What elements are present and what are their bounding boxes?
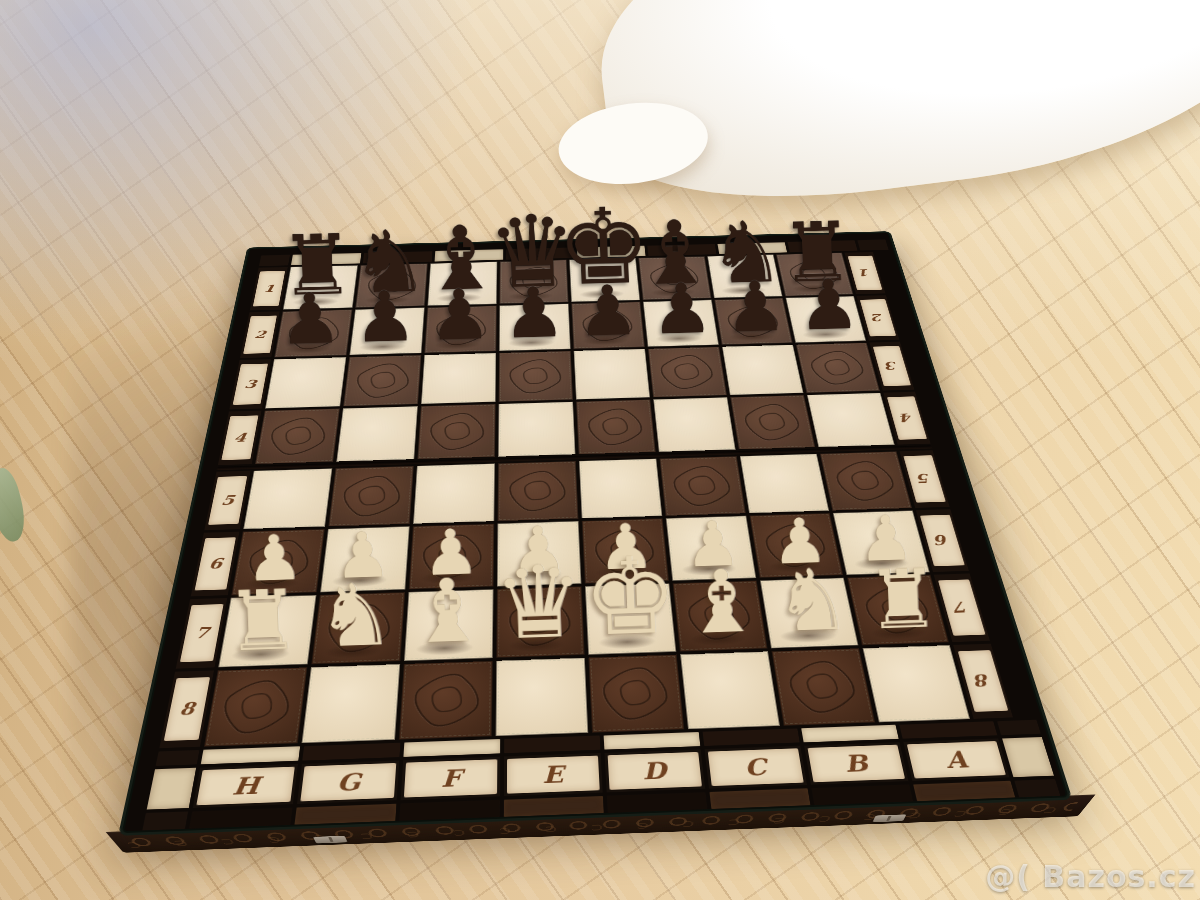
square-f7[interactable]: ♝ [404, 589, 493, 661]
rank-label-left: 2 [240, 311, 280, 358]
rank-label-left: 7 [176, 598, 228, 669]
square-h3[interactable] [265, 357, 346, 408]
rail-segment [399, 800, 500, 821]
square-c8[interactable] [680, 651, 780, 729]
square-c4[interactable] [653, 397, 735, 452]
square-g2[interactable]: ♟ [350, 308, 425, 356]
rail-segment [504, 796, 604, 817]
square-a2[interactable]: ♟ [786, 296, 866, 343]
rail-segment [703, 728, 800, 746]
rail-segment [604, 732, 701, 750]
square-f8[interactable] [399, 661, 493, 740]
square-h8[interactable] [204, 667, 307, 746]
file-label-c: C [705, 746, 807, 789]
black-pawn[interactable]: ♟ [649, 275, 713, 342]
square-g7[interactable]: ♞ [311, 592, 405, 664]
white-rook[interactable]: ♜ [224, 580, 301, 660]
square-h5[interactable] [243, 468, 332, 529]
rail-segment [201, 746, 300, 764]
clasp-right[interactable] [872, 814, 906, 822]
file-label-d: D [605, 749, 706, 792]
file-label-f: F [401, 757, 501, 800]
file-label-b: B [804, 742, 908, 785]
file-label-g: G [297, 760, 399, 804]
file-label-a: A [903, 739, 1009, 782]
rail-segment [709, 788, 810, 809]
white-queen[interactable]: ♛ [492, 554, 585, 652]
square-a3[interactable] [796, 343, 880, 393]
rail-segment [403, 739, 500, 757]
square-f3[interactable] [421, 353, 496, 404]
white-knight[interactable]: ♞ [773, 559, 852, 642]
rank-label-left: 3 [229, 359, 271, 409]
black-pawn[interactable]: ♟ [277, 285, 342, 353]
white-bishop[interactable]: ♝ [406, 569, 487, 654]
white-bishop[interactable]: ♝ [681, 560, 762, 645]
square-h4[interactable] [255, 408, 340, 464]
rail-segment [504, 736, 600, 754]
square-g4[interactable] [336, 406, 417, 461]
square-h2[interactable]: ♟ [274, 310, 352, 358]
white-knight[interactable]: ♞ [315, 574, 395, 658]
board-grid: 1♜♞♝♛♚♝♞♜12♟♟♟♟♟♟♟♟23344556♟♟♟♟♟♟♟♟67♜♞♝… [142, 240, 1037, 831]
square-a8[interactable] [863, 645, 970, 722]
square-e5[interactable] [498, 461, 579, 521]
square-e7[interactable]: ♛ [496, 586, 584, 658]
rank-label-right: 7 [934, 574, 990, 643]
square-g8[interactable] [302, 664, 401, 743]
rail-segment [913, 781, 1015, 802]
square-e2[interactable]: ♟ [499, 304, 570, 351]
white-rook[interactable]: ♜ [865, 559, 940, 638]
square-h7[interactable]: ♜ [218, 595, 316, 667]
clasp-left[interactable] [313, 836, 348, 844]
black-pawn[interactable]: ♟ [797, 272, 861, 339]
square-e3[interactable] [499, 351, 573, 402]
square-f2[interactable]: ♟ [424, 306, 496, 353]
black-pawn[interactable]: ♟ [352, 283, 417, 350]
rail-corner [147, 768, 197, 810]
square-f4[interactable] [417, 404, 495, 459]
file-label-h: H [193, 764, 298, 808]
square-a4[interactable] [807, 393, 895, 447]
rail-segment [189, 808, 293, 829]
square-c7[interactable]: ♝ [673, 581, 768, 652]
rail-corner [1002, 737, 1054, 777]
file-label-e: E [504, 753, 603, 796]
square-d3[interactable] [574, 349, 650, 400]
rail-segment [302, 743, 400, 761]
square-d8[interactable] [588, 654, 684, 732]
square-g5[interactable] [328, 466, 413, 527]
square-d4[interactable] [576, 399, 656, 454]
square-e8[interactable] [496, 658, 589, 736]
rail-segment [801, 725, 899, 743]
square-b8[interactable] [772, 648, 876, 726]
square-b2[interactable]: ♟ [714, 298, 792, 345]
black-pawn[interactable]: ♟ [723, 274, 787, 341]
square-d7[interactable]: ♚ [585, 583, 676, 654]
square-b7[interactable]: ♞ [760, 578, 858, 649]
black-pawn[interactable]: ♟ [576, 277, 640, 344]
black-pawn[interactable]: ♟ [427, 281, 492, 348]
watermark: @( Bazos.cz [985, 859, 1196, 894]
square-f5[interactable] [413, 463, 495, 523]
rail-segment [812, 785, 914, 806]
square-a7[interactable]: ♜ [847, 575, 949, 645]
square-g3[interactable] [343, 355, 421, 406]
rail-segment [899, 721, 997, 739]
square-b4[interactable] [730, 395, 815, 450]
black-pawn[interactable]: ♟ [501, 279, 565, 346]
square-c3[interactable] [648, 347, 727, 398]
rail-segment [607, 792, 708, 813]
square-c2[interactable]: ♟ [643, 300, 719, 347]
square-d2[interactable]: ♟ [571, 302, 644, 349]
rank-label-left: 4 [218, 411, 262, 465]
square-e4[interactable] [498, 402, 575, 457]
square-b3[interactable] [722, 345, 803, 395]
scene: 1♜♞♝♛♚♝♞♜12♟♟♟♟♟♟♟♟23344556♟♟♟♟♟♟♟♟67♜♞♝… [0, 0, 1200, 900]
rail-segment [295, 804, 397, 825]
white-king[interactable]: ♚ [581, 546, 679, 649]
